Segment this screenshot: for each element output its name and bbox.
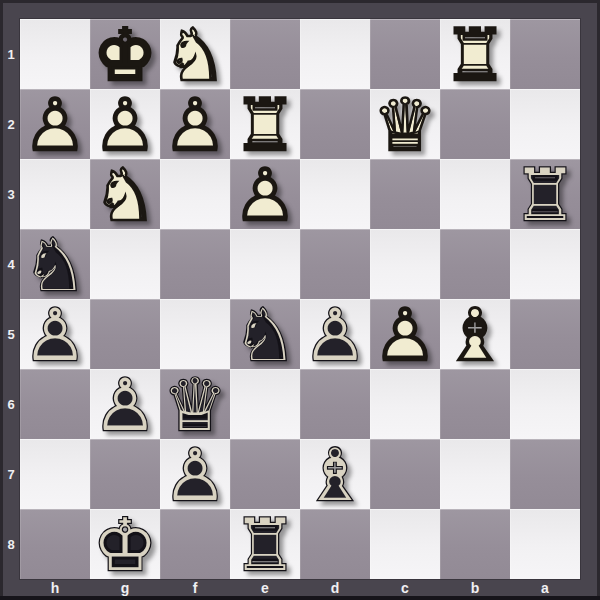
- white-pawn-line-glyph: ♙: [230, 160, 300, 230]
- board: ♚♔♞♘♜♖♟♙♟♙♟♙♜♖♛♕♞♘♟♙♜♖♞♘♟♙♞♘♟♙♟♙♝♗♟♙♛♕♟♙…: [20, 19, 580, 579]
- white-pawn-piece[interactable]: ♟♙: [20, 89, 90, 159]
- black-queen-line-glyph: ♕: [160, 370, 230, 440]
- square-d6[interactable]: [300, 369, 370, 439]
- black-king-line-glyph: ♔: [90, 510, 160, 580]
- square-g3[interactable]: ♞♘: [90, 159, 160, 229]
- square-f7[interactable]: ♟♙: [160, 439, 230, 509]
- square-c5[interactable]: ♟♙: [370, 299, 440, 369]
- black-rook-line-glyph: ♖: [510, 160, 580, 230]
- square-b5[interactable]: ♝♗: [440, 299, 510, 369]
- square-b4[interactable]: [440, 229, 510, 299]
- rank-label-3: 3: [3, 159, 19, 229]
- black-knight-line-glyph: ♘: [20, 230, 90, 300]
- black-pawn-line-glyph: ♙: [90, 370, 160, 440]
- black-pawn-line-glyph: ♙: [160, 440, 230, 510]
- square-b3[interactable]: [440, 159, 510, 229]
- square-h8[interactable]: [20, 509, 90, 579]
- square-a5[interactable]: [510, 299, 580, 369]
- square-e1[interactable]: [230, 19, 300, 89]
- square-c4[interactable]: [370, 229, 440, 299]
- black-pawn-piece[interactable]: ♟♙: [90, 369, 160, 439]
- square-h4[interactable]: ♞♘: [20, 229, 90, 299]
- square-e7[interactable]: [230, 439, 300, 509]
- square-f6[interactable]: ♛♕: [160, 369, 230, 439]
- square-g5[interactable]: [90, 299, 160, 369]
- rank-label-2: 2: [3, 89, 19, 159]
- white-queen-line-glyph: ♕: [370, 90, 440, 160]
- black-pawn-line-glyph: ♙: [300, 300, 370, 370]
- black-king-piece[interactable]: ♚♔: [90, 509, 160, 579]
- white-pawn-piece[interactable]: ♟♙: [160, 89, 230, 159]
- square-a7[interactable]: [510, 439, 580, 509]
- rank-label-7: 7: [3, 439, 19, 509]
- white-king-piece[interactable]: ♚♔: [90, 19, 160, 89]
- square-h2[interactable]: ♟♙: [20, 89, 90, 159]
- file-label-h: h: [20, 579, 90, 597]
- white-rook-line-glyph: ♖: [440, 20, 510, 90]
- white-pawn-line-glyph: ♙: [20, 90, 90, 160]
- square-d8[interactable]: [300, 509, 370, 579]
- white-rook-piece[interactable]: ♜♖: [440, 19, 510, 89]
- square-b7[interactable]: [440, 439, 510, 509]
- white-knight-line-glyph: ♘: [160, 20, 230, 90]
- square-h1[interactable]: [20, 19, 90, 89]
- square-b8[interactable]: [440, 509, 510, 579]
- black-bishop-line-glyph: ♗: [300, 440, 370, 510]
- square-c6[interactable]: [370, 369, 440, 439]
- rank-label-5: 5: [3, 299, 19, 369]
- square-f5[interactable]: [160, 299, 230, 369]
- white-pawn-piece[interactable]: ♟♙: [90, 89, 160, 159]
- white-bishop-piece[interactable]: ♝♗: [440, 299, 510, 369]
- file-label-b: b: [440, 579, 510, 597]
- black-pawn-piece[interactable]: ♟♙: [160, 439, 230, 509]
- white-pawn-line-glyph: ♙: [160, 90, 230, 160]
- white-knight-line-glyph: ♘: [90, 160, 160, 230]
- white-bishop-line-glyph: ♗: [440, 300, 510, 370]
- white-rook-piece[interactable]: ♜♖: [230, 89, 300, 159]
- square-c8[interactable]: [370, 509, 440, 579]
- square-g4[interactable]: [90, 229, 160, 299]
- square-e2[interactable]: ♜♖: [230, 89, 300, 159]
- square-c1[interactable]: [370, 19, 440, 89]
- black-knight-piece[interactable]: ♞♘: [230, 299, 300, 369]
- rank-label-6: 6: [3, 369, 19, 439]
- square-c3[interactable]: [370, 159, 440, 229]
- file-label-e: e: [230, 579, 300, 597]
- rank-label-8: 8: [3, 509, 19, 579]
- file-label-c: c: [370, 579, 440, 597]
- white-pawn-line-glyph: ♙: [370, 300, 440, 370]
- black-knight-line-glyph: ♘: [230, 300, 300, 370]
- square-h3[interactable]: [20, 159, 90, 229]
- square-e3[interactable]: ♟♙: [230, 159, 300, 229]
- white-pawn-piece[interactable]: ♟♙: [370, 299, 440, 369]
- square-a3[interactable]: ♜♖: [510, 159, 580, 229]
- square-f3[interactable]: [160, 159, 230, 229]
- square-d4[interactable]: [300, 229, 370, 299]
- white-queen-piece[interactable]: ♛♕: [370, 89, 440, 159]
- square-e4[interactable]: [230, 229, 300, 299]
- file-label-g: g: [90, 579, 160, 597]
- square-h7[interactable]: [20, 439, 90, 509]
- white-pawn-line-glyph: ♙: [90, 90, 160, 160]
- black-rook-line-glyph: ♖: [230, 510, 300, 580]
- square-c7[interactable]: [370, 439, 440, 509]
- square-g7[interactable]: [90, 439, 160, 509]
- square-a2[interactable]: [510, 89, 580, 159]
- black-pawn-piece[interactable]: ♟♙: [20, 299, 90, 369]
- white-king-line-glyph: ♔: [90, 20, 160, 90]
- square-g2[interactable]: ♟♙: [90, 89, 160, 159]
- square-b1[interactable]: ♜♖: [440, 19, 510, 89]
- square-h5[interactable]: ♟♙: [20, 299, 90, 369]
- rank-label-4: 4: [3, 229, 19, 299]
- file-label-f: f: [160, 579, 230, 597]
- square-e8[interactable]: ♜♖: [230, 509, 300, 579]
- file-label-d: d: [300, 579, 370, 597]
- rank-label-1: 1: [3, 19, 19, 89]
- square-h6[interactable]: [20, 369, 90, 439]
- square-a4[interactable]: [510, 229, 580, 299]
- square-d1[interactable]: [300, 19, 370, 89]
- black-knight-piece[interactable]: ♞♘: [20, 229, 90, 299]
- black-pawn-piece[interactable]: ♟♙: [300, 299, 370, 369]
- white-knight-piece[interactable]: ♞♘: [160, 19, 230, 89]
- square-f4[interactable]: [160, 229, 230, 299]
- square-g1[interactable]: ♚♔: [90, 19, 160, 89]
- square-g8[interactable]: ♚♔: [90, 509, 160, 579]
- square-d7[interactable]: ♝♗: [300, 439, 370, 509]
- black-rook-piece[interactable]: ♜♖: [510, 159, 580, 229]
- square-d2[interactable]: [300, 89, 370, 159]
- black-bishop-piece[interactable]: ♝♗: [300, 439, 370, 509]
- square-f2[interactable]: ♟♙: [160, 89, 230, 159]
- square-b6[interactable]: [440, 369, 510, 439]
- square-f1[interactable]: ♞♘: [160, 19, 230, 89]
- square-e6[interactable]: [230, 369, 300, 439]
- square-a1[interactable]: [510, 19, 580, 89]
- white-pawn-piece[interactable]: ♟♙: [230, 159, 300, 229]
- square-e5[interactable]: ♞♘: [230, 299, 300, 369]
- square-g6[interactable]: ♟♙: [90, 369, 160, 439]
- black-pawn-line-glyph: ♙: [20, 300, 90, 370]
- square-f8[interactable]: [160, 509, 230, 579]
- file-label-a: a: [510, 579, 580, 597]
- square-a6[interactable]: [510, 369, 580, 439]
- black-rook-piece[interactable]: ♜♖: [230, 509, 300, 579]
- square-c2[interactable]: ♛♕: [370, 89, 440, 159]
- white-knight-piece[interactable]: ♞♘: [90, 159, 160, 229]
- square-d5[interactable]: ♟♙: [300, 299, 370, 369]
- square-b2[interactable]: [440, 89, 510, 159]
- square-a8[interactable]: [510, 509, 580, 579]
- black-queen-piece[interactable]: ♛♕: [160, 369, 230, 439]
- chess-board-diagram: 12345678 ♚♔♞♘♜♖♟♙♟♙♟♙♜♖♛♕♞♘♟♙♜♖♞♘♟♙♞♘♟♙♟…: [0, 0, 600, 600]
- square-d3[interactable]: [300, 159, 370, 229]
- white-rook-line-glyph: ♖: [230, 90, 300, 160]
